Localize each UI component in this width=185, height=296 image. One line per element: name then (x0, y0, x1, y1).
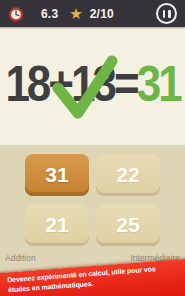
equation-area: 18+13=31 (0, 27, 185, 145)
pause-button[interactable] (156, 3, 177, 24)
app-screen: 6.3 ★ 2/10 18+13=31 31 22 21 25 Addition… (0, 0, 185, 296)
mode-label: Addition (5, 253, 36, 263)
answer-option-4[interactable]: 25 (96, 204, 160, 246)
top-bar: 6.3 ★ 2/10 (0, 0, 185, 27)
timer-value: 6.3 (41, 7, 58, 21)
star-icon: ★ (69, 6, 82, 21)
equation-expression: 18+13= (5, 56, 136, 111)
answer-grid: 31 22 21 25 (25, 154, 160, 246)
pause-icon (168, 10, 171, 18)
answer-option-1[interactable]: 31 (25, 154, 89, 196)
pause-icon (163, 10, 166, 18)
answer-option-2[interactable]: 22 (96, 154, 160, 196)
answer-option-3[interactable]: 21 (25, 204, 89, 246)
timer-clock-icon (8, 6, 24, 22)
question-progress: 2/10 (90, 7, 114, 21)
equation-result: 31 (137, 56, 180, 111)
equation: 18+13=31 (5, 56, 179, 112)
